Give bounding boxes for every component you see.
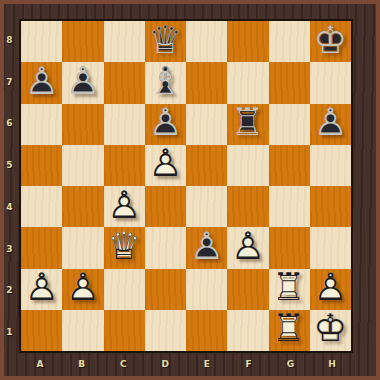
square-d1[interactable]	[145, 310, 186, 351]
piece-glyph-fill: ♜	[272, 269, 306, 307]
piece-glyph-detail: ♙	[66, 269, 100, 307]
square-e7[interactable]	[186, 62, 227, 103]
black-bishop-d7[interactable]: ♝♗	[145, 62, 186, 103]
black-pawn-b7[interactable]: ♟♙	[62, 62, 103, 103]
piece-glyph-detail: ♖	[272, 310, 306, 348]
square-c2[interactable]	[104, 269, 145, 310]
black-pawn-e3[interactable]: ♟♙	[186, 227, 227, 268]
square-a2[interactable]: ♟♙	[21, 269, 62, 310]
square-b4[interactable]	[62, 186, 103, 227]
black-queen-d8[interactable]: ♛♕	[145, 21, 186, 62]
black-king-h8[interactable]: ♚♔	[310, 21, 351, 62]
square-f3[interactable]: ♟♙	[227, 227, 268, 268]
rank-labels: 87654321	[0, 19, 19, 353]
piece-glyph-fill: ♟	[107, 186, 141, 224]
square-b7[interactable]: ♟♙	[62, 62, 103, 103]
piece-glyph-fill: ♜	[272, 310, 306, 348]
square-f2[interactable]	[227, 269, 268, 310]
square-b6[interactable]	[62, 104, 103, 145]
piece-glyph-fill: ♟	[313, 269, 347, 307]
square-g4[interactable]	[269, 186, 310, 227]
square-d5[interactable]: ♟♙	[145, 145, 186, 186]
square-b5[interactable]	[62, 145, 103, 186]
square-h4[interactable]	[310, 186, 351, 227]
file-label-f: F	[228, 353, 270, 374]
file-label-h: H	[311, 353, 353, 374]
square-e2[interactable]	[186, 269, 227, 310]
piece-glyph-detail: ♕	[107, 227, 141, 265]
square-h2[interactable]: ♟♙	[310, 269, 351, 310]
square-a7[interactable]: ♟♙	[21, 62, 62, 103]
piece-glyph-detail: ♙	[107, 186, 141, 224]
piece-glyph-fill: ♟	[148, 145, 182, 183]
square-b2[interactable]: ♟♙	[62, 269, 103, 310]
piece-glyph-fill: ♚	[313, 310, 347, 348]
piece-glyph-detail: ♙	[25, 269, 59, 307]
square-d3[interactable]	[145, 227, 186, 268]
file-label-e: E	[186, 353, 228, 374]
piece-glyph-detail: ♙	[313, 269, 347, 307]
white-pawn-b2[interactable]: ♟♙	[62, 269, 103, 310]
chess-board: ♛♕♚♔♟♙♟♙♝♗♟♙♜♖♟♙♟♙♟♙♛♕♟♙♟♙♟♙♟♙♜♖♟♙♜♖♚♔	[19, 19, 353, 353]
square-e4[interactable]	[186, 186, 227, 227]
square-a6[interactable]	[21, 104, 62, 145]
square-d8[interactable]: ♛♕	[145, 21, 186, 62]
square-b8[interactable]	[62, 21, 103, 62]
piece-glyph-detail: ♕	[148, 21, 182, 59]
square-e5[interactable]	[186, 145, 227, 186]
file-labels: ABCDEFGH	[19, 353, 353, 374]
piece-glyph-fill: ♛	[148, 21, 182, 59]
rank-label-5: 5	[0, 144, 19, 186]
square-e8[interactable]	[186, 21, 227, 62]
piece-glyph-detail: ♖	[272, 269, 306, 307]
piece-glyph-fill: ♟	[25, 269, 59, 307]
square-f8[interactable]	[227, 21, 268, 62]
piece-glyph-fill: ♛	[107, 227, 141, 265]
square-d7[interactable]: ♝♗	[145, 62, 186, 103]
square-e1[interactable]	[186, 310, 227, 351]
square-h5[interactable]	[310, 145, 351, 186]
piece-glyph-detail: ♔	[313, 21, 347, 59]
white-pawn-f3[interactable]: ♟♙	[227, 227, 268, 268]
square-h1[interactable]: ♚♔	[310, 310, 351, 351]
piece-glyph-detail: ♙	[190, 227, 224, 265]
square-a1[interactable]	[21, 310, 62, 351]
file-label-g: G	[270, 353, 312, 374]
piece-glyph-detail: ♖	[231, 104, 265, 142]
white-pawn-c4[interactable]: ♟♙	[104, 186, 145, 227]
piece-glyph-fill: ♟	[25, 62, 59, 100]
square-d2[interactable]	[145, 269, 186, 310]
square-c3[interactable]: ♛♕	[104, 227, 145, 268]
black-rook-f6[interactable]: ♜♖	[227, 104, 268, 145]
piece-glyph-fill: ♜	[231, 104, 265, 142]
square-a4[interactable]	[21, 186, 62, 227]
white-rook-g2[interactable]: ♜♖	[269, 269, 310, 310]
square-d6[interactable]: ♟♙	[145, 104, 186, 145]
white-queen-c3[interactable]: ♛♕	[104, 227, 145, 268]
file-label-a: A	[19, 353, 61, 374]
white-pawn-a2[interactable]: ♟♙	[21, 269, 62, 310]
piece-glyph-detail: ♙	[148, 104, 182, 142]
white-pawn-h2[interactable]: ♟♙	[310, 269, 351, 310]
square-g1[interactable]: ♜♖	[269, 310, 310, 351]
rank-label-2: 2	[0, 270, 19, 312]
piece-glyph-fill: ♚	[313, 21, 347, 59]
piece-glyph-fill: ♝	[148, 62, 182, 100]
rank-label-3: 3	[0, 228, 19, 270]
square-g2[interactable]: ♜♖	[269, 269, 310, 310]
square-g6[interactable]	[269, 104, 310, 145]
square-a3[interactable]	[21, 227, 62, 268]
square-f5[interactable]	[227, 145, 268, 186]
piece-glyph-detail: ♙	[148, 145, 182, 183]
piece-glyph-fill: ♟	[148, 104, 182, 142]
piece-glyph-detail: ♙	[231, 227, 265, 265]
square-c7[interactable]	[104, 62, 145, 103]
white-king-h1[interactable]: ♚♔	[310, 310, 351, 351]
piece-glyph-fill: ♟	[190, 227, 224, 265]
square-d4[interactable]	[145, 186, 186, 227]
rank-label-6: 6	[0, 103, 19, 145]
square-f6[interactable]: ♜♖	[227, 104, 268, 145]
square-g7[interactable]	[269, 62, 310, 103]
square-g5[interactable]	[269, 145, 310, 186]
piece-glyph-fill: ♟	[231, 227, 265, 265]
square-h3[interactable]	[310, 227, 351, 268]
white-rook-g1[interactable]: ♜♖	[269, 310, 310, 351]
piece-glyph-detail: ♗	[148, 62, 182, 100]
rank-label-8: 8	[0, 19, 19, 61]
piece-glyph-fill: ♟	[66, 62, 100, 100]
square-f7[interactable]	[227, 62, 268, 103]
piece-glyph-detail: ♙	[66, 62, 100, 100]
white-pawn-d5[interactable]: ♟♙	[145, 145, 186, 186]
piece-glyph-detail: ♙	[313, 104, 347, 142]
file-label-d: D	[144, 353, 186, 374]
square-e3[interactable]: ♟♙	[186, 227, 227, 268]
file-label-b: B	[61, 353, 103, 374]
black-pawn-d6[interactable]: ♟♙	[145, 104, 186, 145]
square-h6[interactable]: ♟♙	[310, 104, 351, 145]
rank-label-4: 4	[0, 186, 19, 228]
square-a8[interactable]	[21, 21, 62, 62]
square-e6[interactable]	[186, 104, 227, 145]
square-c4[interactable]: ♟♙	[104, 186, 145, 227]
square-b1[interactable]	[62, 310, 103, 351]
black-pawn-h6[interactable]: ♟♙	[310, 104, 351, 145]
rank-label-1: 1	[0, 311, 19, 353]
square-g3[interactable]	[269, 227, 310, 268]
piece-glyph-detail: ♔	[313, 310, 347, 348]
square-f4[interactable]	[227, 186, 268, 227]
square-c5[interactable]	[104, 145, 145, 186]
square-c6[interactable]	[104, 104, 145, 145]
square-g8[interactable]	[269, 21, 310, 62]
square-h8[interactable]: ♚♔	[310, 21, 351, 62]
square-a5[interactable]	[21, 145, 62, 186]
file-label-c: C	[103, 353, 145, 374]
square-c1[interactable]	[104, 310, 145, 351]
piece-glyph-fill: ♟	[313, 104, 347, 142]
black-pawn-a7[interactable]: ♟♙	[21, 62, 62, 103]
rank-label-7: 7	[0, 61, 19, 103]
chess-app-window: 87654321 ABCDEFGH ♛♕♚♔♟♙♟♙♝♗♟♙♜♖♟♙♟♙♟♙♛♕…	[0, 0, 380, 380]
square-b3[interactable]	[62, 227, 103, 268]
square-f1[interactable]	[227, 310, 268, 351]
square-c8[interactable]	[104, 21, 145, 62]
square-h7[interactable]	[310, 62, 351, 103]
piece-glyph-detail: ♙	[25, 62, 59, 100]
piece-glyph-fill: ♟	[66, 269, 100, 307]
